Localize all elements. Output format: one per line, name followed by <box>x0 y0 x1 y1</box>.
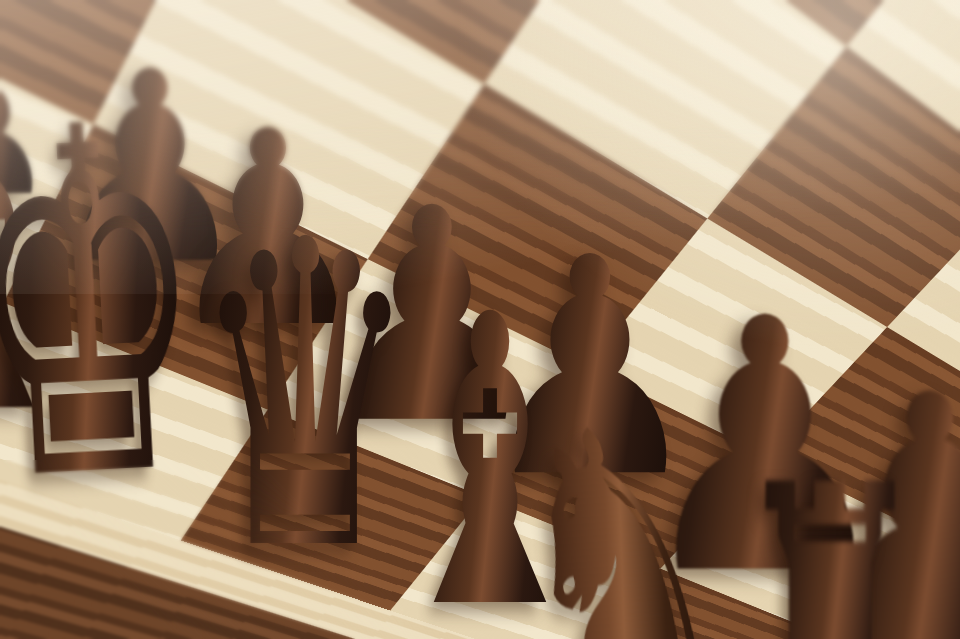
piece-black-rook-a8[interactable]: ♜ <box>727 438 932 639</box>
chess-photo-scene: ♟♝♚♟♛♟♝♟♞♟♜♟♟ <box>0 0 960 639</box>
pieces-layer: ♟♝♚♟♛♟♝♟♞♟♜♟♟ <box>0 0 960 639</box>
piece-black-king-e8[interactable]: ♚ <box>0 61 215 549</box>
